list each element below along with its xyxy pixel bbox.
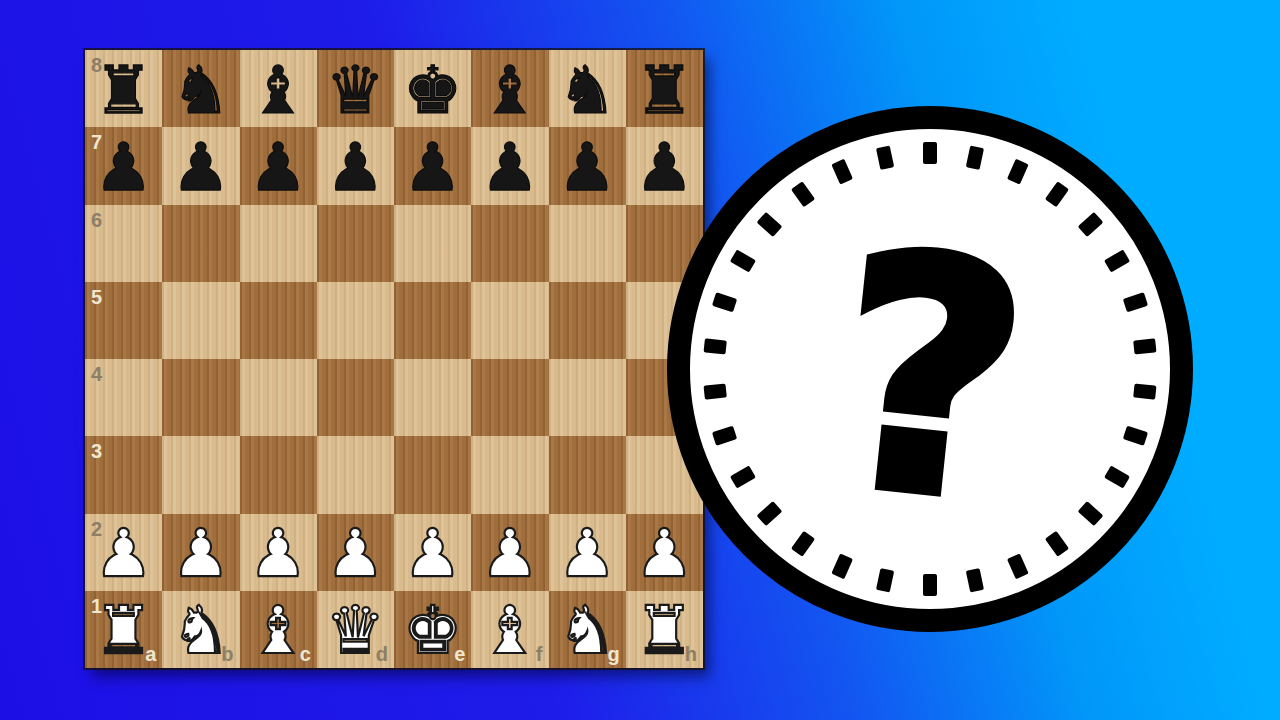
square-f6[interactable] <box>471 205 548 282</box>
question-mark: ? <box>666 115 1194 643</box>
rank-label-5: 5 <box>91 287 102 307</box>
square-d7[interactable]: ♟ <box>317 127 394 204</box>
square-e5[interactable] <box>394 282 471 359</box>
square-b7[interactable]: ♟ <box>162 127 239 204</box>
piece-black-rook[interactable]: ♜ <box>94 58 153 124</box>
square-g2[interactable]: ♟ <box>549 514 626 591</box>
square-a6[interactable]: 6 <box>85 205 162 282</box>
square-e1[interactable]: e♚ <box>394 591 471 668</box>
piece-white-pawn[interactable]: ♟ <box>249 521 308 587</box>
square-d8[interactable]: ♛ <box>317 50 394 127</box>
square-d2[interactable]: ♟ <box>317 514 394 591</box>
piece-white-pawn[interactable]: ♟ <box>480 521 539 587</box>
piece-white-pawn[interactable]: ♟ <box>558 521 617 587</box>
square-a3[interactable]: 3 <box>85 436 162 513</box>
clock-tick <box>923 574 937 596</box>
piece-black-pawn[interactable]: ♟ <box>635 135 694 201</box>
square-c8[interactable]: ♝ <box>240 50 317 127</box>
piece-white-queen[interactable]: ♛ <box>326 598 385 664</box>
square-g6[interactable] <box>549 205 626 282</box>
square-b6[interactable] <box>162 205 239 282</box>
piece-black-pawn[interactable]: ♟ <box>249 135 308 201</box>
clock-tick <box>1133 338 1156 354</box>
piece-white-rook[interactable]: ♜ <box>635 598 694 664</box>
square-e2[interactable]: ♟ <box>394 514 471 591</box>
square-f7[interactable]: ♟ <box>471 127 548 204</box>
square-d3[interactable] <box>317 436 394 513</box>
piece-white-pawn[interactable]: ♟ <box>326 521 385 587</box>
chess-board[interactable]: 8♜♞♝♛♚♝♞♜7♟♟♟♟♟♟♟♟65432♟♟♟♟♟♟♟♟1a♜b♞c♝d♛… <box>85 50 703 668</box>
piece-white-knight[interactable]: ♞ <box>171 598 230 664</box>
square-b3[interactable] <box>162 436 239 513</box>
piece-white-pawn[interactable]: ♟ <box>403 521 462 587</box>
piece-black-pawn[interactable]: ♟ <box>403 135 462 201</box>
piece-white-rook[interactable]: ♜ <box>94 598 153 664</box>
square-c4[interactable] <box>240 359 317 436</box>
clock-face: ? <box>690 129 1170 609</box>
square-a1[interactable]: 1a♜ <box>85 591 162 668</box>
piece-white-bishop[interactable]: ♝ <box>249 598 308 664</box>
square-b1[interactable]: b♞ <box>162 591 239 668</box>
clock-tick <box>704 383 727 399</box>
piece-black-rook[interactable]: ♜ <box>635 58 694 124</box>
square-g7[interactable]: ♟ <box>549 127 626 204</box>
square-d5[interactable] <box>317 282 394 359</box>
square-c1[interactable]: c♝ <box>240 591 317 668</box>
square-g4[interactable] <box>549 359 626 436</box>
square-c6[interactable] <box>240 205 317 282</box>
square-g5[interactable] <box>549 282 626 359</box>
background-gradient: 8♜♞♝♛♚♝♞♜7♟♟♟♟♟♟♟♟65432♟♟♟♟♟♟♟♟1a♜b♞c♝d♛… <box>0 0 1280 720</box>
piece-white-pawn[interactable]: ♟ <box>94 521 153 587</box>
rank-label-4: 4 <box>91 364 102 384</box>
square-b2[interactable]: ♟ <box>162 514 239 591</box>
square-e7[interactable]: ♟ <box>394 127 471 204</box>
piece-white-king[interactable]: ♚ <box>403 598 462 664</box>
square-a8[interactable]: 8♜ <box>85 50 162 127</box>
piece-black-pawn[interactable]: ♟ <box>171 135 230 201</box>
square-g1[interactable]: g♞ <box>549 591 626 668</box>
piece-black-pawn[interactable]: ♟ <box>326 135 385 201</box>
square-a7[interactable]: 7♟ <box>85 127 162 204</box>
square-e3[interactable] <box>394 436 471 513</box>
rank-label-6: 6 <box>91 210 102 230</box>
square-d1[interactable]: d♛ <box>317 591 394 668</box>
clock-tick <box>1133 383 1156 399</box>
piece-black-knight[interactable]: ♞ <box>171 58 230 124</box>
square-a5[interactable]: 5 <box>85 282 162 359</box>
square-c5[interactable] <box>240 282 317 359</box>
square-e8[interactable]: ♚ <box>394 50 471 127</box>
clock-tick <box>923 142 937 164</box>
square-b4[interactable] <box>162 359 239 436</box>
piece-black-queen[interactable]: ♛ <box>326 58 385 124</box>
square-d6[interactable] <box>317 205 394 282</box>
square-g8[interactable]: ♞ <box>549 50 626 127</box>
square-f1[interactable]: f♝ <box>471 591 548 668</box>
square-d4[interactable] <box>317 359 394 436</box>
piece-white-bishop[interactable]: ♝ <box>480 598 539 664</box>
clock-tick <box>704 338 727 354</box>
square-c2[interactable]: ♟ <box>240 514 317 591</box>
piece-black-bishop[interactable]: ♝ <box>249 58 308 124</box>
square-e4[interactable] <box>394 359 471 436</box>
square-b5[interactable] <box>162 282 239 359</box>
square-g3[interactable] <box>549 436 626 513</box>
piece-white-pawn[interactable]: ♟ <box>171 521 230 587</box>
square-f5[interactable] <box>471 282 548 359</box>
piece-black-pawn[interactable]: ♟ <box>94 135 153 201</box>
piece-white-knight[interactable]: ♞ <box>558 598 617 664</box>
square-c7[interactable]: ♟ <box>240 127 317 204</box>
square-f3[interactable] <box>471 436 548 513</box>
piece-black-bishop[interactable]: ♝ <box>480 58 539 124</box>
square-f8[interactable]: ♝ <box>471 50 548 127</box>
square-b8[interactable]: ♞ <box>162 50 239 127</box>
piece-black-knight[interactable]: ♞ <box>558 58 617 124</box>
rank-label-3: 3 <box>91 441 102 461</box>
square-a2[interactable]: 2♟ <box>85 514 162 591</box>
square-h8[interactable]: ♜ <box>626 50 703 127</box>
square-c3[interactable] <box>240 436 317 513</box>
square-a4[interactable]: 4 <box>85 359 162 436</box>
piece-black-pawn[interactable]: ♟ <box>480 135 539 201</box>
square-e6[interactable] <box>394 205 471 282</box>
mystery-clock: ? <box>667 106 1193 632</box>
square-f2[interactable]: ♟ <box>471 514 548 591</box>
square-f4[interactable] <box>471 359 548 436</box>
piece-black-pawn[interactable]: ♟ <box>558 135 617 201</box>
piece-black-king[interactable]: ♚ <box>403 58 462 124</box>
